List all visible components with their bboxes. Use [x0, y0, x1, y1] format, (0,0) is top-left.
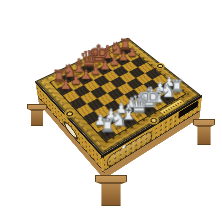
black-pawn[interactable]: ♟: [52, 78, 80, 91]
chess-board: ♜♞♝♛♚♝♞♜♟♟♟♟♟♟♟♟♟♟♟♟♟♟♟♟♜♞♝♛♚♝♞♜: [36, 38, 201, 155]
square-a5[interactable]: [70, 97, 87, 110]
white-rook[interactable]: ♜: [92, 117, 123, 135]
board-frame: ♜♞♝♛♚♝♞♜♟♟♟♟♟♟♟♟♟♟♟♟♟♟♟♟♜♞♝♛♚♝♞♜: [36, 38, 201, 155]
chess-set-photo: ♜♞♝♛♚♝♞♜♟♟♟♟♟♟♟♟♟♟♟♟♟♟♟♟♜♞♝♛♚♝♞♜: [0, 0, 222, 222]
square-a1[interactable]: ♜: [98, 126, 117, 140]
